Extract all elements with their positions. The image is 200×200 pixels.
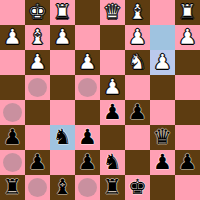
square-g3[interactable]: ♟	[25, 50, 50, 75]
square-a7[interactable]: ♟	[175, 150, 200, 175]
piece-wR: ♜	[53, 0, 72, 25]
piece-bK: ♚	[128, 175, 147, 200]
legal-move-dot	[28, 78, 47, 97]
legal-move-dot	[78, 78, 97, 97]
square-e7[interactable]: ♟	[75, 150, 100, 175]
square-c7[interactable]	[125, 150, 150, 175]
square-h5[interactable]	[0, 100, 25, 125]
square-g8[interactable]	[25, 175, 50, 200]
square-b2[interactable]	[150, 25, 175, 50]
piece-wB: ♝	[28, 25, 47, 50]
square-b6[interactable]: ♛	[150, 125, 175, 150]
square-e4[interactable]	[75, 75, 100, 100]
square-f2[interactable]: ♟	[50, 25, 75, 50]
square-h3[interactable]	[0, 50, 25, 75]
square-c6[interactable]	[125, 125, 150, 150]
square-e3[interactable]: ♟	[75, 50, 100, 75]
piece-wP: ♟	[3, 25, 22, 50]
piece-wB: ♝	[128, 0, 147, 25]
piece-bQ: ♛	[153, 125, 172, 150]
piece-wK: ♚	[28, 0, 47, 25]
piece-bB: ♝	[53, 175, 72, 200]
piece-bP: ♟	[178, 150, 197, 175]
square-e1[interactable]	[75, 0, 100, 25]
square-g2[interactable]: ♝	[25, 25, 50, 50]
piece-bP: ♟	[3, 125, 22, 150]
square-h2[interactable]: ♟	[0, 25, 25, 50]
square-f7[interactable]	[50, 150, 75, 175]
piece-bP: ♟	[28, 150, 47, 175]
square-c8[interactable]: ♚	[125, 175, 150, 200]
piece-wN: ♞	[128, 50, 147, 75]
square-f1[interactable]: ♜	[50, 0, 75, 25]
square-b7[interactable]: ♟	[150, 150, 175, 175]
piece-wP: ♟	[78, 50, 97, 75]
square-d7[interactable]: ♞	[100, 150, 125, 175]
piece-wP: ♟	[178, 25, 197, 50]
square-g6[interactable]	[25, 125, 50, 150]
piece-bR: ♜	[103, 175, 122, 200]
square-f3[interactable]	[50, 50, 75, 75]
square-b4[interactable]	[150, 75, 175, 100]
square-h6[interactable]: ♟	[0, 125, 25, 150]
piece-bN: ♞	[103, 150, 122, 175]
piece-bP: ♟	[78, 150, 97, 175]
square-f5[interactable]	[50, 100, 75, 125]
square-h4[interactable]	[0, 75, 25, 100]
piece-wP: ♟	[103, 75, 122, 100]
square-g1[interactable]: ♚	[25, 0, 50, 25]
square-c3[interactable]: ♞	[125, 50, 150, 75]
square-g7[interactable]: ♟	[25, 150, 50, 175]
square-f8[interactable]: ♝	[50, 175, 75, 200]
square-b5[interactable]	[150, 100, 175, 125]
piece-wQ: ♛	[103, 0, 122, 25]
legal-move-dot	[3, 153, 22, 172]
square-a5[interactable]	[175, 100, 200, 125]
piece-bP: ♟	[128, 100, 147, 125]
square-h7[interactable]	[0, 150, 25, 175]
square-c4[interactable]	[125, 75, 150, 100]
square-d3[interactable]	[100, 50, 125, 75]
piece-bR: ♜	[3, 175, 22, 200]
square-b1[interactable]	[150, 0, 175, 25]
square-c2[interactable]: ♟	[125, 25, 150, 50]
square-g5[interactable]	[25, 100, 50, 125]
piece-wP: ♟	[53, 25, 72, 50]
square-f4[interactable]	[50, 75, 75, 100]
square-d4[interactable]: ♟	[100, 75, 125, 100]
piece-bN: ♞	[53, 125, 72, 150]
square-c5[interactable]: ♟	[125, 100, 150, 125]
square-e6[interactable]: ♟	[75, 125, 100, 150]
piece-wP: ♟	[28, 50, 47, 75]
piece-bP: ♟	[78, 125, 97, 150]
square-a3[interactable]	[175, 50, 200, 75]
chess-board: ♚♜♛♝♜♟♝♟♟♟♟♟♞♟♟♟♟♟♞♟♛♟♟♞♟♟♜♝♜♚	[0, 0, 200, 200]
legal-move-dot	[3, 103, 22, 122]
square-d5[interactable]: ♟	[100, 100, 125, 125]
square-a8[interactable]	[175, 175, 200, 200]
piece-wP: ♟	[128, 25, 147, 50]
square-c1[interactable]: ♝	[125, 0, 150, 25]
legal-move-dot	[28, 178, 47, 197]
square-b8[interactable]	[150, 175, 175, 200]
square-b3[interactable]: ♟	[150, 50, 175, 75]
square-e8[interactable]	[75, 175, 100, 200]
square-d1[interactable]: ♛	[100, 0, 125, 25]
square-a6[interactable]	[175, 125, 200, 150]
square-a1[interactable]: ♜	[175, 0, 200, 25]
piece-wR: ♜	[178, 0, 197, 25]
square-a4[interactable]	[175, 75, 200, 100]
square-f6[interactable]: ♞	[50, 125, 75, 150]
square-d6[interactable]	[100, 125, 125, 150]
square-a2[interactable]: ♟	[175, 25, 200, 50]
square-h1[interactable]	[0, 0, 25, 25]
piece-bP: ♟	[103, 100, 122, 125]
square-e5[interactable]	[75, 100, 100, 125]
square-g4[interactable]	[25, 75, 50, 100]
square-d2[interactable]	[100, 25, 125, 50]
piece-bP: ♟	[153, 150, 172, 175]
square-h8[interactable]: ♜	[0, 175, 25, 200]
legal-move-dot	[78, 178, 97, 197]
square-d8[interactable]: ♜	[100, 175, 125, 200]
piece-wP: ♟	[153, 50, 172, 75]
square-e2[interactable]	[75, 25, 100, 50]
